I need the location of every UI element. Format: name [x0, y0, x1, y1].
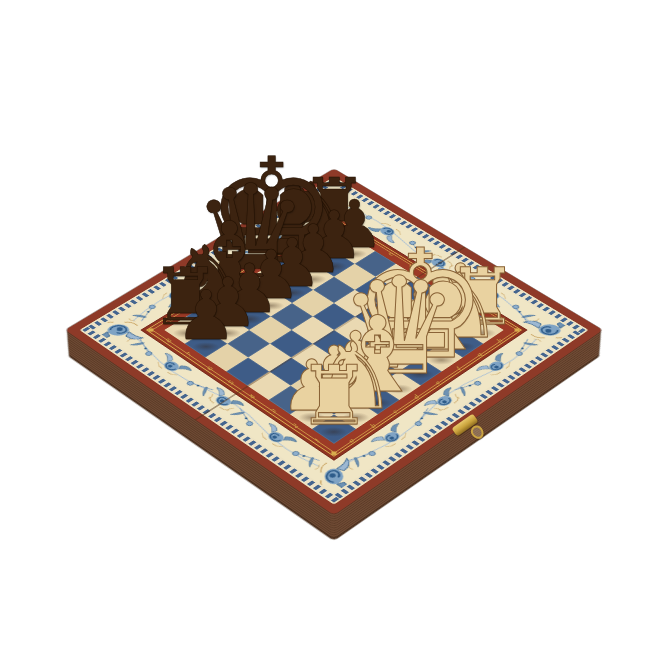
square-c2[interactable]: [334, 371, 377, 399]
square-b4[interactable]: [269, 358, 312, 386]
rank-label-right-7: 7: [366, 238, 375, 244]
file-label-top-h: h: [314, 226, 323, 232]
file-label-h: h: [495, 337, 505, 343]
file-label-top-g: g: [293, 238, 302, 244]
frame-corner-ornament: [515, 328, 520, 331]
file-label-f: f: [454, 366, 462, 371]
file-label-g: g: [474, 351, 484, 357]
rank-label-1: 1: [312, 437, 322, 444]
file-label-top-c: c: [209, 290, 218, 296]
rank-label-right-2: 2: [471, 303, 481, 309]
rank-label-5: 5: [226, 379, 236, 385]
file-label-d: d: [411, 393, 421, 399]
square-a4[interactable]: [247, 371, 290, 399]
rank-label-right-4: 4: [428, 277, 437, 283]
square-e1[interactable]: [399, 358, 442, 386]
square-b1[interactable]: [334, 400, 378, 429]
rank-label-8: 8: [164, 337, 173, 343]
square-f1[interactable]: [420, 344, 463, 372]
square-c5[interactable]: [270, 330, 313, 358]
file-label-top-b: b: [187, 303, 196, 309]
scene: aa11bb22cc33dd44ee55ff66gg77hh88: [0, 0, 670, 670]
square-a6[interactable]: [205, 344, 248, 372]
file-label-e: e: [432, 379, 441, 385]
square-a2[interactable]: [290, 400, 334, 429]
square-d4[interactable]: [313, 330, 356, 358]
rank-label-3: 3: [268, 408, 278, 415]
file-label-c: c: [390, 408, 400, 414]
rank-label-2: 2: [290, 422, 300, 429]
square-a5[interactable]: [226, 358, 269, 386]
rank-label-7: 7: [184, 351, 194, 357]
checker-trim-left: [82, 327, 339, 503]
frame-corner-ornament: [148, 328, 153, 331]
square-e3[interactable]: [355, 330, 398, 358]
frame-corner-ornament: [332, 216, 337, 219]
square-a3[interactable]: [269, 386, 313, 415]
square-b6[interactable]: [227, 330, 270, 358]
square-d3[interactable]: [334, 344, 377, 372]
board-top-face: aa11bb22cc33dd44ee55ff66gg77hh88: [65, 169, 602, 515]
rank-label-right-5: 5: [407, 264, 416, 270]
product-photo: aa11bb22cc33dd44ee55ff66gg77hh88 ♜♞♟♝♟♚♟…: [0, 0, 670, 670]
rank-label-right-3: 3: [450, 290, 460, 296]
rank-label-4: 4: [247, 393, 257, 399]
square-b3[interactable]: [291, 371, 334, 399]
square-b5[interactable]: [248, 344, 291, 372]
square-e2[interactable]: [377, 344, 420, 372]
file-label-b: b: [368, 422, 378, 429]
square-a7[interactable]: [185, 330, 228, 358]
frame-corner-ornament: [331, 451, 336, 455]
file-label-top-d: d: [230, 277, 239, 283]
square-d2[interactable]: [356, 358, 399, 386]
rank-label-right-8: 8: [345, 226, 354, 232]
square-f2[interactable]: [398, 330, 441, 358]
square-b2[interactable]: [312, 386, 356, 415]
rank-label-6: 6: [205, 365, 215, 371]
square-c4[interactable]: [291, 344, 334, 372]
file-label-top-e: e: [252, 264, 261, 270]
file-label-top-f: f: [273, 251, 281, 256]
square-d1[interactable]: [377, 371, 420, 399]
square-c1[interactable]: [356, 386, 400, 415]
square-a1[interactable]: [312, 414, 356, 443]
square-c3[interactable]: [312, 358, 355, 386]
rank-label-right-6: 6: [386, 251, 395, 257]
square-g1[interactable]: [441, 330, 484, 358]
file-label-a: a: [346, 437, 356, 444]
checker-trim-bottom: [329, 327, 586, 503]
file-label-top-a: a: [165, 317, 174, 323]
rank-label-right-1: 1: [493, 317, 503, 323]
